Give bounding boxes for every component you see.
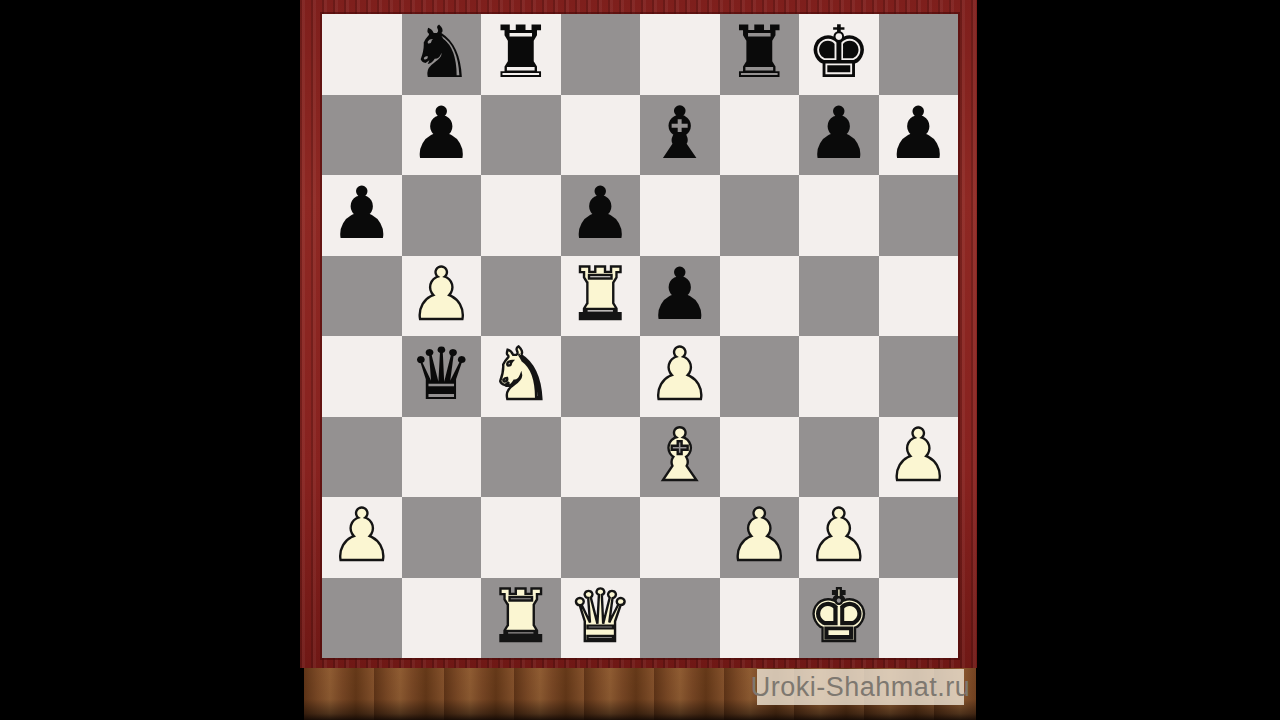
square-f8[interactable]: ♜	[720, 14, 800, 95]
white-pawn: ♟	[727, 499, 792, 571]
square-d4[interactable]	[561, 336, 641, 417]
square-f4[interactable]	[720, 336, 800, 417]
square-f2[interactable]: ♟	[720, 497, 800, 578]
white-king: ♚	[806, 580, 871, 652]
square-b6[interactable]	[402, 175, 482, 256]
square-c1[interactable]: ♜	[481, 578, 561, 659]
black-pawn: ♟	[647, 258, 712, 330]
square-f1[interactable]	[720, 578, 800, 659]
black-pawn: ♟	[409, 97, 474, 169]
square-c6[interactable]	[481, 175, 561, 256]
square-d3[interactable]	[561, 417, 641, 498]
square-b1[interactable]	[402, 578, 482, 659]
square-e6[interactable]	[640, 175, 720, 256]
square-a1[interactable]	[322, 578, 402, 659]
white-pawn: ♟	[886, 419, 951, 491]
square-f5[interactable]	[720, 256, 800, 337]
square-h5[interactable]	[879, 256, 959, 337]
white-bishop: ♝	[647, 419, 712, 491]
square-h2[interactable]	[879, 497, 959, 578]
watermark: Uroki-Shahmat.ru	[757, 669, 964, 705]
white-queen: ♛	[568, 580, 633, 652]
square-d6[interactable]: ♟	[561, 175, 641, 256]
white-pawn: ♟	[806, 499, 871, 571]
white-rook: ♜	[568, 258, 633, 330]
square-d8[interactable]	[561, 14, 641, 95]
black-pawn: ♟	[329, 177, 394, 249]
square-g1[interactable]: ♚	[799, 578, 879, 659]
square-g7[interactable]: ♟	[799, 95, 879, 176]
square-f3[interactable]	[720, 417, 800, 498]
black-queen: ♛	[409, 338, 474, 410]
black-knight: ♞	[409, 16, 474, 88]
black-rook: ♜	[727, 16, 792, 88]
square-h3[interactable]: ♟	[879, 417, 959, 498]
square-g5[interactable]	[799, 256, 879, 337]
square-e4[interactable]: ♟	[640, 336, 720, 417]
square-b2[interactable]	[402, 497, 482, 578]
square-b4[interactable]: ♛	[402, 336, 482, 417]
square-c4[interactable]: ♞	[481, 336, 561, 417]
square-b3[interactable]	[402, 417, 482, 498]
square-a6[interactable]: ♟	[322, 175, 402, 256]
square-d7[interactable]	[561, 95, 641, 176]
square-b5[interactable]: ♟	[402, 256, 482, 337]
square-d5[interactable]: ♜	[561, 256, 641, 337]
square-h6[interactable]	[879, 175, 959, 256]
black-bishop: ♝	[647, 97, 712, 169]
white-pawn: ♟	[647, 338, 712, 410]
white-pawn: ♟	[409, 258, 474, 330]
square-c7[interactable]	[481, 95, 561, 176]
square-c8[interactable]: ♜	[481, 14, 561, 95]
square-h7[interactable]: ♟	[879, 95, 959, 176]
square-a7[interactable]	[322, 95, 402, 176]
white-pawn: ♟	[329, 499, 394, 571]
square-b7[interactable]: ♟	[402, 95, 482, 176]
chess-board: ♞♜♜♚♟♝♟♟♟♟♟♜♟♛♞♟♝♟♟♟♟♜♛♚	[322, 14, 958, 658]
square-a5[interactable]	[322, 256, 402, 337]
square-e1[interactable]	[640, 578, 720, 659]
square-f7[interactable]	[720, 95, 800, 176]
square-a2[interactable]: ♟	[322, 497, 402, 578]
square-g6[interactable]	[799, 175, 879, 256]
black-rook: ♜	[488, 16, 553, 88]
black-pawn: ♟	[886, 97, 951, 169]
square-b8[interactable]: ♞	[402, 14, 482, 95]
square-h4[interactable]	[879, 336, 959, 417]
square-e2[interactable]	[640, 497, 720, 578]
square-c2[interactable]	[481, 497, 561, 578]
square-g3[interactable]	[799, 417, 879, 498]
square-a3[interactable]	[322, 417, 402, 498]
square-g2[interactable]: ♟	[799, 497, 879, 578]
black-king: ♚	[806, 16, 871, 88]
square-c5[interactable]	[481, 256, 561, 337]
square-a4[interactable]	[322, 336, 402, 417]
square-d2[interactable]	[561, 497, 641, 578]
square-e5[interactable]: ♟	[640, 256, 720, 337]
white-rook: ♜	[488, 580, 553, 652]
black-pawn: ♟	[806, 97, 871, 169]
square-a8[interactable]	[322, 14, 402, 95]
white-knight: ♞	[488, 338, 553, 410]
square-f6[interactable]	[720, 175, 800, 256]
square-e7[interactable]: ♝	[640, 95, 720, 176]
square-g4[interactable]	[799, 336, 879, 417]
black-pawn: ♟	[568, 177, 633, 249]
watermark-text: Uroki-Shahmat.ru	[751, 672, 971, 703]
square-g8[interactable]: ♚	[799, 14, 879, 95]
square-e8[interactable]	[640, 14, 720, 95]
video-frame: ♞♜♜♚♟♝♟♟♟♟♟♜♟♛♞♟♝♟♟♟♟♜♛♚ Uroki-Shahmat.r…	[0, 0, 1280, 720]
square-d1[interactable]: ♛	[561, 578, 641, 659]
square-h8[interactable]	[879, 14, 959, 95]
square-h1[interactable]	[879, 578, 959, 659]
square-e3[interactable]: ♝	[640, 417, 720, 498]
square-c3[interactable]	[481, 417, 561, 498]
